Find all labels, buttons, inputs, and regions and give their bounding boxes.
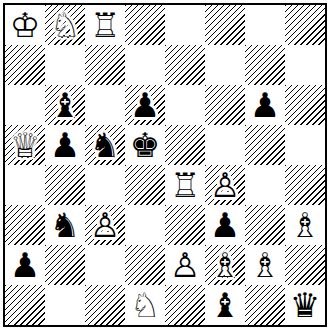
square-h4[interactable] — [285, 165, 325, 205]
square-h6[interactable] — [285, 85, 325, 125]
black-queen: ♛ — [290, 285, 320, 325]
square-f3[interactable]: ♟ — [205, 205, 245, 245]
black-pawn: ♟ — [210, 205, 240, 245]
square-d6[interactable]: ♟ — [125, 85, 165, 125]
white-queen: ♕ — [10, 125, 40, 165]
square-d4[interactable] — [125, 165, 165, 205]
white-rook: ♖ — [90, 5, 120, 45]
square-g4[interactable] — [245, 165, 285, 205]
square-c6[interactable] — [85, 85, 125, 125]
square-h7[interactable] — [285, 45, 325, 85]
white-bishop: ♗ — [250, 245, 280, 285]
square-g7[interactable] — [245, 45, 285, 85]
black-pawn: ♟ — [250, 85, 280, 125]
square-g5[interactable] — [245, 125, 285, 165]
white-rook: ♖ — [170, 165, 200, 205]
square-e6[interactable] — [165, 85, 205, 125]
square-a3[interactable] — [5, 205, 45, 245]
square-h3[interactable]: ♗ — [285, 205, 325, 245]
square-c1[interactable] — [85, 285, 125, 325]
black-bishop: ♝ — [50, 85, 80, 125]
square-d2[interactable] — [125, 245, 165, 285]
square-f6[interactable] — [205, 85, 245, 125]
square-e1[interactable] — [165, 285, 205, 325]
black-pawn: ♟ — [50, 125, 80, 165]
square-a5[interactable]: ♕ — [5, 125, 45, 165]
white-pawn: ♙ — [90, 205, 120, 245]
square-b4[interactable] — [45, 165, 85, 205]
square-d8[interactable] — [125, 5, 165, 45]
square-a8[interactable]: ♔ — [5, 5, 45, 45]
white-knight: ♘ — [130, 285, 160, 325]
square-h5[interactable] — [285, 125, 325, 165]
white-bishop: ♗ — [290, 205, 320, 245]
square-b7[interactable] — [45, 45, 85, 85]
square-f5[interactable] — [205, 125, 245, 165]
square-b3[interactable]: ♞ — [45, 205, 85, 245]
black-pawn: ♟ — [130, 85, 160, 125]
square-h8[interactable] — [285, 5, 325, 45]
square-e4[interactable]: ♖ — [165, 165, 205, 205]
square-d5[interactable]: ♚ — [125, 125, 165, 165]
square-f8[interactable] — [205, 5, 245, 45]
white-knight: ♘ — [50, 5, 80, 45]
square-c7[interactable] — [85, 45, 125, 85]
square-e8[interactable] — [165, 5, 205, 45]
square-g3[interactable] — [245, 205, 285, 245]
square-g6[interactable]: ♟ — [245, 85, 285, 125]
black-bishop: ♝ — [210, 285, 240, 325]
square-f1[interactable]: ♝ — [205, 285, 245, 325]
square-a4[interactable] — [5, 165, 45, 205]
square-e5[interactable] — [165, 125, 205, 165]
white-bishop: ♗ — [210, 245, 240, 285]
square-d7[interactable] — [125, 45, 165, 85]
white-king: ♔ — [10, 5, 40, 45]
square-c2[interactable] — [85, 245, 125, 285]
square-g2[interactable]: ♗ — [245, 245, 285, 285]
square-f7[interactable] — [205, 45, 245, 85]
square-b2[interactable] — [45, 245, 85, 285]
square-c3[interactable]: ♙ — [85, 205, 125, 245]
chess-diagram: ♔♘♖♝♟♟♕♟♞♚♖♙♞♙♟♗♟♙♗♗♘♝♛ — [0, 0, 332, 332]
white-pawn: ♙ — [170, 245, 200, 285]
square-e2[interactable]: ♙ — [165, 245, 205, 285]
square-a7[interactable] — [5, 45, 45, 85]
square-e7[interactable] — [165, 45, 205, 85]
black-knight: ♞ — [50, 205, 80, 245]
white-pawn: ♙ — [210, 165, 240, 205]
square-h2[interactable] — [285, 245, 325, 285]
square-b5[interactable]: ♟ — [45, 125, 85, 165]
square-c5[interactable]: ♞ — [85, 125, 125, 165]
square-b1[interactable] — [45, 285, 85, 325]
square-b6[interactable]: ♝ — [45, 85, 85, 125]
square-b8[interactable]: ♘ — [45, 5, 85, 45]
square-a1[interactable] — [5, 285, 45, 325]
chess-board: ♔♘♖♝♟♟♕♟♞♚♖♙♞♙♟♗♟♙♗♗♘♝♛ — [3, 3, 327, 327]
square-d3[interactable] — [125, 205, 165, 245]
square-d1[interactable]: ♘ — [125, 285, 165, 325]
black-knight: ♞ — [90, 125, 120, 165]
square-g1[interactable] — [245, 285, 285, 325]
square-a6[interactable] — [5, 85, 45, 125]
square-e3[interactable] — [165, 205, 205, 245]
square-f4[interactable]: ♙ — [205, 165, 245, 205]
square-c8[interactable]: ♖ — [85, 5, 125, 45]
square-f2[interactable]: ♗ — [205, 245, 245, 285]
black-pawn: ♟ — [10, 245, 40, 285]
square-h1[interactable]: ♛ — [285, 285, 325, 325]
square-a2[interactable]: ♟ — [5, 245, 45, 285]
square-g8[interactable] — [245, 5, 285, 45]
square-c4[interactable] — [85, 165, 125, 205]
black-king: ♚ — [130, 125, 160, 165]
